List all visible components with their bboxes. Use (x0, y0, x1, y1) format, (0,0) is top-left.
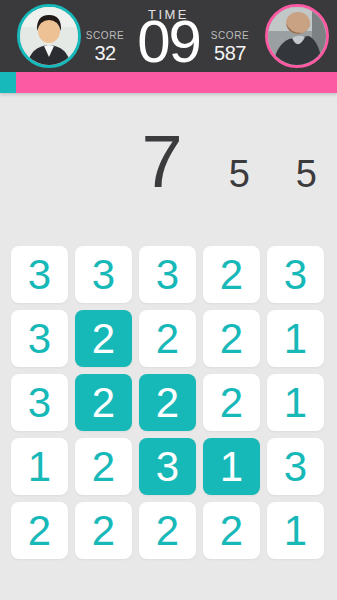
grid-cell[interactable]: 3 (267, 438, 324, 495)
grid-cell-selected[interactable]: 3 (139, 438, 196, 495)
next-target-number-1: 5 (229, 155, 250, 193)
grid-cell[interactable]: 2 (139, 310, 196, 367)
grid-cell[interactable]: 2 (11, 502, 68, 559)
number-grid: 3 3 3 2 3 3 2 2 2 1 3 2 2 2 1 1 2 3 1 3 … (11, 246, 324, 559)
player2-avatar (265, 4, 329, 68)
grid-cell[interactable]: 1 (267, 502, 324, 559)
grid-cell-selected[interactable]: 1 (203, 438, 260, 495)
score-progress-bar (0, 72, 337, 93)
grid-cell[interactable]: 2 (203, 246, 260, 303)
game-screen: SCORE 32 TIME 09 SCORE 587 7 5 5 (0, 0, 337, 600)
grid-cell[interactable]: 3 (11, 246, 68, 303)
grid-cell-selected[interactable]: 2 (75, 374, 132, 431)
grid-cell[interactable]: 3 (75, 246, 132, 303)
grid-cell[interactable]: 2 (75, 438, 132, 495)
grid-cell[interactable]: 2 (75, 502, 132, 559)
grid-cell[interactable]: 2 (203, 374, 260, 431)
player2-progress-segment (16, 72, 337, 93)
grid-cell[interactable]: 3 (11, 310, 68, 367)
grid-cell[interactable]: 1 (267, 310, 324, 367)
header: SCORE 32 TIME 09 SCORE 587 (0, 0, 337, 72)
player2-score-value: 587 (202, 43, 258, 63)
player2-score: SCORE 587 (202, 31, 258, 63)
grid-cell[interactable]: 3 (139, 246, 196, 303)
player2-score-label: SCORE (202, 31, 258, 41)
player2-photo (268, 7, 326, 65)
grid-cell[interactable]: 1 (11, 438, 68, 495)
grid-cell[interactable]: 1 (267, 374, 324, 431)
player1-progress-segment (0, 72, 16, 93)
grid-cell-selected[interactable]: 2 (139, 374, 196, 431)
grid-cell[interactable]: 3 (11, 374, 68, 431)
next-target-number-2: 5 (296, 155, 317, 193)
current-target-number: 7 (142, 125, 183, 199)
target-numbers: 7 5 5 (142, 125, 317, 199)
grid-cell[interactable]: 2 (203, 502, 260, 559)
grid-cell[interactable]: 2 (139, 502, 196, 559)
grid-cell[interactable]: 2 (203, 310, 260, 367)
grid-cell-selected[interactable]: 2 (75, 310, 132, 367)
grid-cell[interactable]: 3 (267, 246, 324, 303)
